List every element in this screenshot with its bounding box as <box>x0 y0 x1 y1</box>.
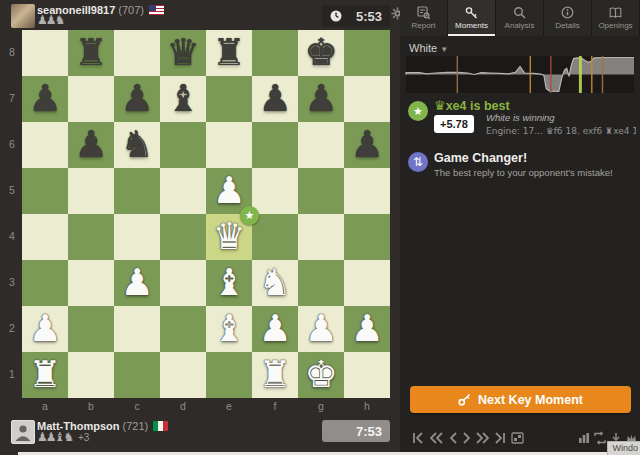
tab-analysis[interactable]: Analysis <box>496 0 544 36</box>
rank-label-7: 7 <box>6 92 18 104</box>
square-h6[interactable]: ♟ <box>344 122 390 168</box>
piece-white-pawn[interactable]: ♟ <box>298 306 344 352</box>
file-label-c: c <box>114 400 160 412</box>
square-f6[interactable] <box>252 122 298 168</box>
italy-flag-icon <box>153 421 168 431</box>
square-a2[interactable]: ♟ <box>22 306 68 352</box>
file-label-g: g <box>298 400 344 412</box>
engine-line[interactable]: Engine: 17... ♛f6 18. exf6 ♜xe4 19. fxg7… <box>486 126 636 136</box>
square-a5[interactable] <box>22 168 68 214</box>
square-b7[interactable] <box>68 76 114 122</box>
square-f4[interactable] <box>252 214 298 260</box>
square-a1[interactable]: ♜ <box>22 352 68 398</box>
square-c6[interactable]: ♞ <box>114 122 160 168</box>
square-a4[interactable] <box>22 214 68 260</box>
piece-black-pawn[interactable]: ♟ <box>114 76 160 122</box>
square-g5[interactable] <box>298 168 344 214</box>
clock-icon <box>329 9 343 26</box>
avatar-bottom-player[interactable] <box>11 420 35 444</box>
square-c8[interactable] <box>114 30 160 76</box>
square-b4[interactable] <box>68 214 114 260</box>
square-d2[interactable] <box>160 306 206 352</box>
tab-details[interactable]: Details <box>544 0 592 36</box>
square-e6[interactable] <box>206 122 252 168</box>
square-g7[interactable]: ♟ <box>298 76 344 122</box>
chess-review-window: seanoneill9817(707) ♟♟♞ 5:53 ♜♛♜♚♟♟♝♟♟♟♞… <box>0 0 640 455</box>
chevron-down-icon: ▼ <box>440 45 448 54</box>
square-d1[interactable] <box>160 352 206 398</box>
square-f3[interactable]: ♞ <box>252 260 298 306</box>
board-options-icon[interactable] <box>511 430 524 448</box>
piece-white-pawn[interactable]: ♟ <box>344 306 390 352</box>
best-move-title: ♛xe4 is best <box>434 98 510 113</box>
top-captured-pieces: ♟♟♞ <box>37 13 63 27</box>
square-h7[interactable] <box>344 76 390 122</box>
square-g2[interactable]: ♟ <box>298 306 344 352</box>
file-label-b: b <box>68 400 114 412</box>
square-a7[interactable]: ♟ <box>22 76 68 122</box>
bottom-player-clock: 7:53 <box>322 420 390 442</box>
piece-black-pawn[interactable]: ♟ <box>298 76 344 122</box>
square-f1[interactable]: ♜ <box>252 352 298 398</box>
piece-white-king[interactable]: ♚ <box>298 352 344 398</box>
piece-black-pawn[interactable]: ♟ <box>68 122 114 168</box>
square-f8[interactable] <box>252 30 298 76</box>
next-move-button[interactable] <box>462 430 472 448</box>
square-c2[interactable] <box>114 306 160 352</box>
piece-black-pawn[interactable]: ♟ <box>344 122 390 168</box>
piece-white-pawn[interactable]: ♟ <box>252 306 298 352</box>
tab-report[interactable]: Report <box>400 0 448 36</box>
piece-black-queen[interactable]: ♛ <box>160 30 206 76</box>
top-player-clock: 5:53 <box>322 5 390 27</box>
game-changer-icon: ⇅ <box>408 152 428 172</box>
square-e3[interactable]: ♝ <box>206 260 252 306</box>
piece-white-bishop[interactable]: ♝ <box>206 260 252 306</box>
stats-icon[interactable] <box>578 430 590 448</box>
rank-label-4: 4 <box>6 230 18 242</box>
square-a8[interactable] <box>22 30 68 76</box>
piece-black-pawn[interactable]: ♟ <box>252 76 298 122</box>
piece-black-pawn[interactable]: ♟ <box>22 76 68 122</box>
square-c3[interactable]: ♟ <box>114 260 160 306</box>
square-h3[interactable] <box>344 260 390 306</box>
piece-white-bishop[interactable]: ♝ <box>206 306 252 352</box>
piece-black-rook[interactable]: ♜ <box>68 30 114 76</box>
square-e4[interactable]: ♛★ <box>206 214 252 260</box>
next-key-moment-button[interactable]: Next Key Moment <box>410 386 631 413</box>
rank-label-6: 6 <box>6 138 18 150</box>
piece-white-pawn[interactable]: ♟ <box>114 260 160 306</box>
piece-black-knight[interactable]: ♞ <box>114 122 160 168</box>
bottom-captured-pieces: ♟♟♝♞+3 <box>37 430 89 444</box>
square-c5[interactable] <box>114 168 160 214</box>
rank-label-1: 1 <box>6 368 18 380</box>
best-move-star-badge: ★ <box>240 206 259 225</box>
square-b3[interactable] <box>68 260 114 306</box>
bottom-clock-time: 7:53 <box>356 424 382 439</box>
rank-label-5: 5 <box>6 184 18 196</box>
square-c7[interactable]: ♟ <box>114 76 160 122</box>
square-f2[interactable]: ♟ <box>252 306 298 352</box>
square-g6[interactable] <box>298 122 344 168</box>
square-d6[interactable] <box>160 122 206 168</box>
square-b2[interactable] <box>68 306 114 352</box>
rank-label-8: 8 <box>6 46 18 58</box>
square-g3[interactable] <box>298 260 344 306</box>
piece-black-rook[interactable]: ♜ <box>206 30 252 76</box>
square-b8[interactable]: ♜ <box>68 30 114 76</box>
file-label-h: h <box>344 400 390 412</box>
game-changer-title: Game Changer! <box>434 151 527 165</box>
tab-openings[interactable]: Openings <box>592 0 640 36</box>
square-f7[interactable]: ♟ <box>252 76 298 122</box>
side-select-dropdown[interactable]: White▼ <box>409 42 448 54</box>
avatar-top-player[interactable] <box>11 4 35 28</box>
previous-move-button[interactable] <box>448 430 458 448</box>
tab-moments[interactable]: Moments <box>448 0 496 36</box>
piece-white-rook[interactable]: ♜ <box>22 352 68 398</box>
file-label-e: e <box>206 400 252 412</box>
square-g1[interactable]: ♚ <box>298 352 344 398</box>
rank-label-2: 2 <box>6 322 18 334</box>
eval-score-badge: +5.78 <box>434 115 474 133</box>
panel-tab-bar: Report Moments Analysis Details Openings <box>400 0 640 36</box>
square-e7[interactable] <box>206 76 252 122</box>
square-h1[interactable] <box>344 352 390 398</box>
square-a3[interactable] <box>22 260 68 306</box>
us-flag-icon <box>149 5 164 15</box>
square-h8[interactable] <box>344 30 390 76</box>
piece-white-pawn[interactable]: ♟ <box>22 306 68 352</box>
flip-board-icon[interactable] <box>594 430 606 448</box>
evaluation-graph[interactable] <box>406 56 634 93</box>
file-label-f: f <box>252 400 298 412</box>
material-advantage: +3 <box>78 432 89 443</box>
square-d7[interactable]: ♝ <box>160 76 206 122</box>
square-d3[interactable] <box>160 260 206 306</box>
file-label-d: d <box>160 400 206 412</box>
fast-back-button[interactable] <box>429 430 444 448</box>
queen-glyph-icon: ♛ <box>434 98 446 113</box>
key-icon <box>458 393 471 406</box>
top-player-rating: (707) <box>118 4 144 16</box>
last-move-button[interactable] <box>493 430 506 448</box>
square-g4[interactable] <box>298 214 344 260</box>
square-e2[interactable]: ♝ <box>206 306 252 352</box>
piece-black-bishop[interactable]: ♝ <box>160 76 206 122</box>
square-h4[interactable] <box>344 214 390 260</box>
square-g8[interactable]: ♚ <box>298 30 344 76</box>
piece-white-knight[interactable]: ♞ <box>252 260 298 306</box>
square-a6[interactable] <box>22 122 68 168</box>
top-clock-time: 5:53 <box>356 9 382 24</box>
square-d5[interactable] <box>160 168 206 214</box>
eval-status-text: White is winning <box>486 112 555 123</box>
square-d8[interactable]: ♛ <box>160 30 206 76</box>
square-e1[interactable] <box>206 352 252 398</box>
square-f5[interactable] <box>252 168 298 214</box>
os-watermark: Windo <box>607 441 640 455</box>
chess-board[interactable]: ♜♛♜♚♟♟♝♟♟♟♞♟♟♛★♟♝♞♟♝♟♟♟♜♜♚ <box>22 30 390 398</box>
piece-black-king[interactable]: ♚ <box>298 30 344 76</box>
square-h5[interactable] <box>344 168 390 214</box>
game-changer-description: The best reply to your opponent's mistak… <box>434 167 613 178</box>
file-label-a: a <box>22 400 68 412</box>
square-b6[interactable]: ♟ <box>68 122 114 168</box>
fast-forward-button[interactable] <box>475 430 490 448</box>
square-b1[interactable] <box>68 352 114 398</box>
square-d4[interactable] <box>160 214 206 260</box>
bottom-player-rating: (721) <box>122 420 148 432</box>
square-h2[interactable]: ♟ <box>344 306 390 352</box>
first-move-button[interactable] <box>412 430 425 448</box>
review-panel: Report Moments Analysis Details Openings… <box>400 0 640 455</box>
best-move-star-icon: ★ <box>408 101 428 121</box>
rank-label-3: 3 <box>6 276 18 288</box>
square-b5[interactable] <box>68 168 114 214</box>
square-e8[interactable]: ♜ <box>206 30 252 76</box>
square-c1[interactable] <box>114 352 160 398</box>
square-c4[interactable] <box>114 214 160 260</box>
piece-white-rook[interactable]: ♜ <box>252 352 298 398</box>
